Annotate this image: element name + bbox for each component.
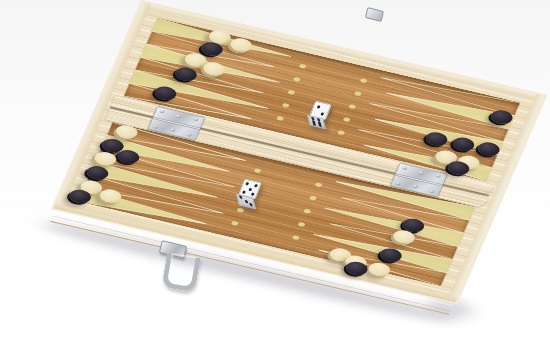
die-1[interactable]: [312, 102, 329, 127]
hinge-screw: [395, 182, 401, 186]
die-pip: [239, 196, 243, 200]
point-apex-dot: [276, 116, 284, 121]
die-pip: [248, 187, 252, 191]
hinge-screw: [186, 133, 192, 137]
point-apex-dot: [282, 103, 290, 108]
hinge-screw: [175, 114, 181, 118]
hinge-screw: [159, 109, 165, 113]
die-pip: [245, 182, 249, 186]
point-apex-dot: [354, 91, 362, 96]
die-pip: [251, 192, 255, 196]
hinge-screw: [412, 185, 418, 189]
die-pip: [321, 113, 325, 117]
hinge-screw: [435, 174, 441, 178]
die-pip: [254, 184, 258, 188]
hinge-screw: [429, 189, 435, 193]
die-pip: [316, 105, 320, 109]
point-apex-dot: [287, 90, 295, 95]
point-apex-dot: [293, 77, 301, 82]
point-apex-dot: [337, 130, 345, 135]
point-apex-dot: [343, 117, 351, 122]
hinge-screw: [170, 128, 176, 132]
point-apex-dot: [299, 64, 307, 69]
die-2[interactable]: [241, 180, 259, 207]
die-pip: [244, 199, 248, 203]
point-apex-dot: [254, 168, 262, 173]
hinge-screw: [152, 125, 158, 129]
point-apex-dot: [298, 222, 306, 227]
clasp-hook[interactable]: [161, 252, 201, 292]
point-apex-dot: [237, 207, 245, 212]
point-apex-dot: [348, 104, 356, 109]
hinge-screw: [418, 171, 424, 175]
backgammon-board: [49, 2, 545, 315]
point-apex-dot: [309, 195, 317, 200]
point-apex-dot: [231, 221, 239, 226]
point-apex-dot: [303, 209, 311, 214]
hinge-screw: [402, 166, 408, 170]
die-pip: [242, 190, 246, 194]
hinge-screw: [193, 117, 199, 121]
die-pip: [318, 124, 322, 128]
point: [384, 87, 515, 129]
point-apex-dot: [315, 182, 323, 187]
die-pip: [312, 122, 316, 126]
point-apex-dot: [292, 235, 300, 240]
die-pip: [249, 203, 253, 207]
clasp-catch: [365, 7, 384, 22]
photo-scene: [0, 0, 550, 361]
point-apex-dot: [360, 78, 368, 83]
